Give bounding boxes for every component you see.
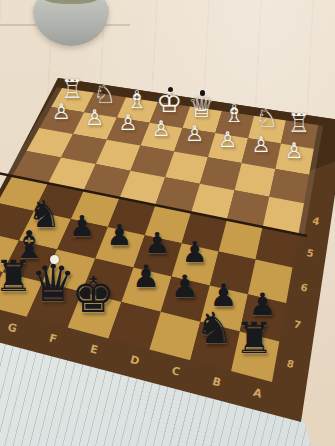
chess-board: HGFEDCBA45678 (0, 0, 335, 446)
photo-scene: HGFEDCBA45678 ♖♘♗♔♕♗♘♖♙♙♙♙♙♙♙♙♞♟♟♟♟♝♟♟♟♜… (0, 0, 335, 446)
bowl-contents (42, 0, 100, 4)
